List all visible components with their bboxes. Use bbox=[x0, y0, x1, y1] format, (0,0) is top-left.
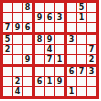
cell-r1c5[interactable] bbox=[45, 3, 54, 12]
cell-r2c6[interactable]: 3 bbox=[55, 13, 64, 22]
cell-r7c7[interactable]: 6 bbox=[67, 67, 76, 76]
cell-r8c5[interactable]: 1 bbox=[45, 77, 54, 86]
cell-r9c5[interactable] bbox=[45, 87, 54, 96]
sudoku-box-1: 8796 bbox=[3, 3, 32, 32]
cell-r8c7[interactable] bbox=[67, 77, 76, 86]
cell-r3c8[interactable] bbox=[77, 23, 86, 32]
sudoku-box-3: 51 bbox=[67, 3, 96, 32]
cell-r7c9[interactable]: 3 bbox=[87, 67, 96, 76]
cell-r8c3[interactable] bbox=[23, 77, 32, 86]
cell-r9c6[interactable] bbox=[55, 87, 64, 96]
cell-r2c9[interactable] bbox=[87, 13, 96, 22]
cell-r8c1[interactable] bbox=[3, 77, 12, 86]
cell-r1c9[interactable] bbox=[87, 3, 96, 12]
cell-r4c5[interactable]: 9 bbox=[45, 35, 54, 44]
cell-r5c5[interactable]: 4 bbox=[45, 45, 54, 54]
cell-r1c6[interactable] bbox=[55, 3, 64, 12]
cell-r9c8[interactable] bbox=[77, 87, 86, 96]
cell-r6c5[interactable]: 7 bbox=[45, 55, 54, 64]
cell-r1c4[interactable] bbox=[35, 3, 44, 12]
cell-r4c7[interactable]: 3 bbox=[67, 35, 76, 44]
cell-r9c1[interactable] bbox=[3, 87, 12, 96]
cell-r9c9[interactable] bbox=[87, 87, 96, 96]
cell-r7c3[interactable] bbox=[23, 67, 32, 76]
cell-r9c2[interactable]: 4 bbox=[13, 87, 22, 96]
cell-r4c2[interactable] bbox=[13, 35, 22, 44]
cell-r4c9[interactable] bbox=[87, 35, 96, 44]
cell-r9c3[interactable] bbox=[23, 87, 32, 96]
cell-r1c2[interactable] bbox=[13, 3, 22, 12]
cell-r1c3[interactable]: 8 bbox=[23, 3, 32, 12]
sudoku-box-6: 372 bbox=[67, 35, 96, 64]
cell-r6c9[interactable]: 2 bbox=[87, 55, 96, 64]
cell-r6c7[interactable] bbox=[67, 55, 76, 64]
cell-r8c8[interactable] bbox=[77, 77, 86, 86]
cell-r3c7[interactable] bbox=[67, 23, 76, 32]
cell-r2c4[interactable]: 9 bbox=[35, 13, 44, 22]
cell-r5c3[interactable] bbox=[23, 45, 32, 54]
sudoku-box-4: 529 bbox=[3, 35, 32, 64]
cell-r3c5[interactable] bbox=[45, 23, 54, 32]
cell-r2c1[interactable] bbox=[3, 13, 12, 22]
cell-r1c7[interactable] bbox=[67, 3, 76, 12]
cell-r3c4[interactable] bbox=[35, 23, 44, 32]
cell-r9c4[interactable] bbox=[35, 87, 44, 96]
cell-r6c8[interactable] bbox=[77, 55, 86, 64]
cell-r5c8[interactable] bbox=[77, 45, 86, 54]
sudoku-box-2: 963 bbox=[35, 3, 64, 32]
cell-r3c9[interactable] bbox=[87, 23, 96, 32]
cell-r7c6[interactable] bbox=[55, 67, 64, 76]
sudoku-box-9: 6731 bbox=[67, 67, 96, 96]
cell-r2c7[interactable] bbox=[67, 13, 76, 22]
cell-r6c2[interactable] bbox=[13, 55, 22, 64]
cell-r4c6[interactable] bbox=[55, 35, 64, 44]
cell-r1c8[interactable]: 5 bbox=[77, 3, 86, 12]
cell-r4c3[interactable] bbox=[23, 35, 32, 44]
cell-r6c3[interactable]: 9 bbox=[23, 55, 32, 64]
cell-r4c1[interactable]: 5 bbox=[3, 35, 12, 44]
cell-r5c2[interactable] bbox=[13, 45, 22, 54]
sudoku-box-5: 89471 bbox=[35, 35, 64, 64]
cell-r7c2[interactable] bbox=[13, 67, 22, 76]
cell-r5c9[interactable]: 7 bbox=[87, 45, 96, 54]
cell-r2c3[interactable] bbox=[23, 13, 32, 22]
cell-r8c9[interactable] bbox=[87, 77, 96, 86]
cell-r2c5[interactable]: 6 bbox=[45, 13, 54, 22]
cell-r2c8[interactable]: 1 bbox=[77, 13, 86, 22]
cell-r6c6[interactable]: 1 bbox=[55, 55, 64, 64]
cell-r7c8[interactable]: 7 bbox=[77, 67, 86, 76]
cell-r5c4[interactable] bbox=[35, 45, 44, 54]
sudoku-board: 8796 963 51 529 89471 372 24 619 6731 bbox=[0, 0, 99, 99]
cell-r4c4[interactable]: 8 bbox=[35, 35, 44, 44]
cell-r3c6[interactable] bbox=[55, 23, 64, 32]
cell-r5c1[interactable]: 2 bbox=[3, 45, 12, 54]
cell-r3c3[interactable]: 6 bbox=[23, 23, 32, 32]
cell-r8c2[interactable]: 2 bbox=[13, 77, 22, 86]
cell-r9c7[interactable]: 1 bbox=[67, 87, 76, 96]
cell-r5c7[interactable] bbox=[67, 45, 76, 54]
cell-r7c1[interactable] bbox=[3, 67, 12, 76]
cell-r8c4[interactable]: 6 bbox=[35, 77, 44, 86]
cell-r8c6[interactable]: 9 bbox=[55, 77, 64, 86]
sudoku-box-8: 619 bbox=[35, 67, 64, 96]
cell-r7c4[interactable] bbox=[35, 67, 44, 76]
cell-r1c1[interactable] bbox=[3, 3, 12, 12]
cell-r5c6[interactable] bbox=[55, 45, 64, 54]
cell-r6c4[interactable] bbox=[35, 55, 44, 64]
cell-r6c1[interactable] bbox=[3, 55, 12, 64]
cell-r3c1[interactable]: 7 bbox=[3, 23, 12, 32]
sudoku-box-7: 24 bbox=[3, 67, 32, 96]
cell-r3c2[interactable]: 9 bbox=[13, 23, 22, 32]
cell-r4c8[interactable] bbox=[77, 35, 86, 44]
cell-r2c2[interactable] bbox=[13, 13, 22, 22]
cell-r7c5[interactable] bbox=[45, 67, 54, 76]
